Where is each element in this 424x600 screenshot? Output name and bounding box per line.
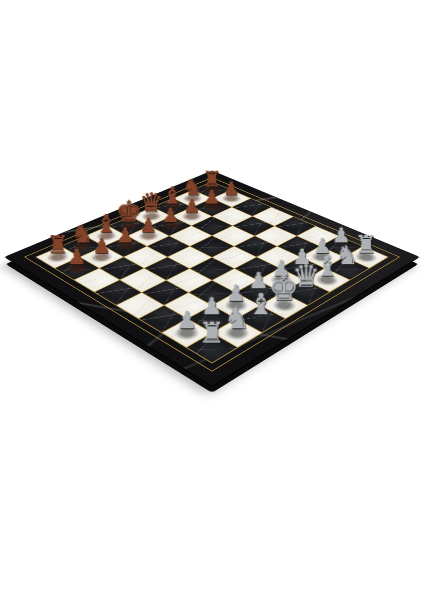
piece-base — [351, 249, 382, 264]
piece-base — [111, 239, 141, 254]
piece-base — [134, 229, 163, 243]
copper-king: ♚ — [116, 197, 142, 226]
piece-base — [194, 337, 230, 358]
copper-bishop: ♝ — [162, 184, 183, 208]
square-a8: ♜ — [345, 247, 388, 268]
board-grid: ♜♟♟♜♞♟♟♞♝♟♟♝♛♟♟♛♚♟♟♚♝♟♟♝♞♟♟♞♜♟♟♜ — [35, 181, 389, 363]
piece-base — [61, 260, 92, 276]
square-h8: ♜ — [187, 333, 237, 362]
piece-base — [43, 249, 74, 264]
piece-base — [267, 296, 301, 314]
product-photo-stage: ♜♟♟♜♞♟♟♞♝♟♟♝♛♟♟♛♚♟♟♚♝♟♟♝♞♟♟♞♜♟♟♜ — [0, 0, 424, 600]
square-h1: ♜ — [37, 247, 80, 268]
chessboard: ♜♟♟♜♞♟♟♞♝♟♟♝♛♟♟♛♚♟♟♚♝♟♟♝♞♟♟♞♜♟♟♜ — [4, 170, 420, 387]
copper-rook: ♜ — [202, 168, 222, 190]
square-a7: ♟ — [320, 236, 362, 256]
square-e5 — [190, 257, 234, 279]
piece-base — [244, 309, 278, 328]
